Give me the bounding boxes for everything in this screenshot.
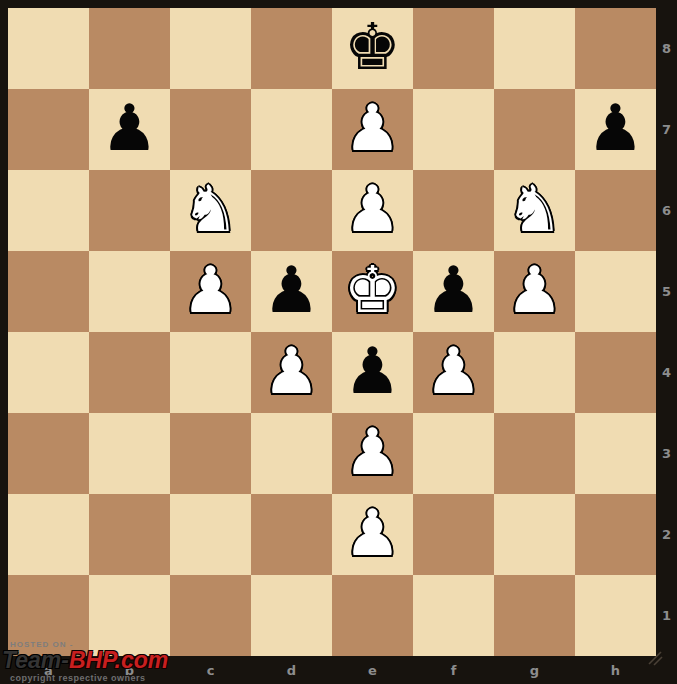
square-e7[interactable]: ♟ <box>332 89 413 170</box>
white-pawn[interactable]: ♟ <box>344 177 401 241</box>
square-a6[interactable] <box>8 170 89 251</box>
white-king[interactable]: ♚ <box>344 258 401 322</box>
square-g4[interactable] <box>494 332 575 413</box>
black-pawn[interactable]: ♟ <box>263 258 320 322</box>
rank-label-8: 8 <box>656 8 677 89</box>
square-b7[interactable]: ♟ <box>89 89 170 170</box>
square-f1[interactable] <box>413 575 494 656</box>
rank-label-4: 4 <box>656 332 677 413</box>
square-e4[interactable]: ♟ <box>332 332 413 413</box>
file-label-f: f <box>413 656 494 684</box>
square-e6[interactable]: ♟ <box>332 170 413 251</box>
square-f4[interactable]: ♟ <box>413 332 494 413</box>
square-d4[interactable]: ♟ <box>251 332 332 413</box>
square-g1[interactable] <box>494 575 575 656</box>
logo-team-text: Team- <box>2 647 69 673</box>
file-label-c: c <box>170 656 251 684</box>
chess-board: ♚♟♟♟♞♟♞♟♟♚♟♟♟♟♟♟♟ <box>8 8 656 656</box>
square-a5[interactable] <box>8 251 89 332</box>
white-pawn[interactable]: ♟ <box>263 339 320 403</box>
square-b1[interactable] <box>89 575 170 656</box>
white-pawn[interactable]: ♟ <box>344 96 401 160</box>
black-pawn[interactable]: ♟ <box>101 96 158 160</box>
black-king[interactable]: ♚ <box>344 15 401 79</box>
square-e3[interactable]: ♟ <box>332 413 413 494</box>
white-knight[interactable]: ♞ <box>182 177 239 241</box>
square-f6[interactable] <box>413 170 494 251</box>
file-label-e: e <box>332 656 413 684</box>
square-e2[interactable]: ♟ <box>332 494 413 575</box>
square-f3[interactable] <box>413 413 494 494</box>
square-b6[interactable] <box>89 170 170 251</box>
square-c3[interactable] <box>170 413 251 494</box>
square-h5[interactable] <box>575 251 656 332</box>
square-h8[interactable] <box>575 8 656 89</box>
board-window: ♚♟♟♟♞♟♞♟♟♚♟♟♟♟♟♟♟ 87654321 abcdefgh HOST… <box>0 0 677 684</box>
square-c6[interactable]: ♞ <box>170 170 251 251</box>
square-e1[interactable] <box>332 575 413 656</box>
rank-label-3: 3 <box>656 413 677 494</box>
square-d2[interactable] <box>251 494 332 575</box>
square-c4[interactable] <box>170 332 251 413</box>
square-b4[interactable] <box>89 332 170 413</box>
square-b2[interactable] <box>89 494 170 575</box>
square-f7[interactable] <box>413 89 494 170</box>
square-h1[interactable] <box>575 575 656 656</box>
square-d1[interactable] <box>251 575 332 656</box>
team-bhp-logo: Team-BHP.com <box>2 647 168 674</box>
square-b3[interactable] <box>89 413 170 494</box>
square-g2[interactable] <box>494 494 575 575</box>
white-pawn[interactable]: ♟ <box>425 339 482 403</box>
white-pawn[interactable]: ♟ <box>506 258 563 322</box>
square-d5[interactable]: ♟ <box>251 251 332 332</box>
square-b5[interactable] <box>89 251 170 332</box>
square-e5[interactable]: ♚ <box>332 251 413 332</box>
square-g6[interactable]: ♞ <box>494 170 575 251</box>
square-g7[interactable] <box>494 89 575 170</box>
rank-coordinates: 87654321 <box>656 8 677 656</box>
square-c8[interactable] <box>170 8 251 89</box>
white-pawn[interactable]: ♟ <box>344 420 401 484</box>
square-a7[interactable] <box>8 89 89 170</box>
square-c7[interactable] <box>170 89 251 170</box>
black-pawn[interactable]: ♟ <box>587 96 644 160</box>
square-h3[interactable] <box>575 413 656 494</box>
square-h7[interactable]: ♟ <box>575 89 656 170</box>
copyright-text: copyright respective owners <box>10 673 146 683</box>
square-d6[interactable] <box>251 170 332 251</box>
square-f5[interactable]: ♟ <box>413 251 494 332</box>
resize-handle-icon[interactable] <box>645 648 665 668</box>
file-label-h: h <box>575 656 656 684</box>
square-d7[interactable] <box>251 89 332 170</box>
square-h4[interactable] <box>575 332 656 413</box>
square-g3[interactable] <box>494 413 575 494</box>
file-label-d: d <box>251 656 332 684</box>
white-knight[interactable]: ♞ <box>506 177 563 241</box>
black-pawn[interactable]: ♟ <box>344 339 401 403</box>
rank-label-5: 5 <box>656 251 677 332</box>
square-f8[interactable] <box>413 8 494 89</box>
black-pawn[interactable]: ♟ <box>425 258 482 322</box>
square-a8[interactable] <box>8 8 89 89</box>
square-d3[interactable] <box>251 413 332 494</box>
square-g5[interactable]: ♟ <box>494 251 575 332</box>
rank-label-6: 6 <box>656 170 677 251</box>
rank-label-1: 1 <box>656 575 677 656</box>
file-label-g: g <box>494 656 575 684</box>
square-c2[interactable] <box>170 494 251 575</box>
square-a2[interactable] <box>8 494 89 575</box>
white-pawn[interactable]: ♟ <box>182 258 239 322</box>
square-d8[interactable] <box>251 8 332 89</box>
rank-label-2: 2 <box>656 494 677 575</box>
rank-label-7: 7 <box>656 89 677 170</box>
square-c5[interactable]: ♟ <box>170 251 251 332</box>
logo-bhp-text: BHP.com <box>69 647 168 673</box>
square-a4[interactable] <box>8 332 89 413</box>
square-e8[interactable]: ♚ <box>332 8 413 89</box>
square-g8[interactable] <box>494 8 575 89</box>
square-c1[interactable] <box>170 575 251 656</box>
square-f2[interactable] <box>413 494 494 575</box>
square-b8[interactable] <box>89 8 170 89</box>
square-h2[interactable] <box>575 494 656 575</box>
white-pawn[interactable]: ♟ <box>344 501 401 565</box>
square-a3[interactable] <box>8 413 89 494</box>
square-h6[interactable] <box>575 170 656 251</box>
